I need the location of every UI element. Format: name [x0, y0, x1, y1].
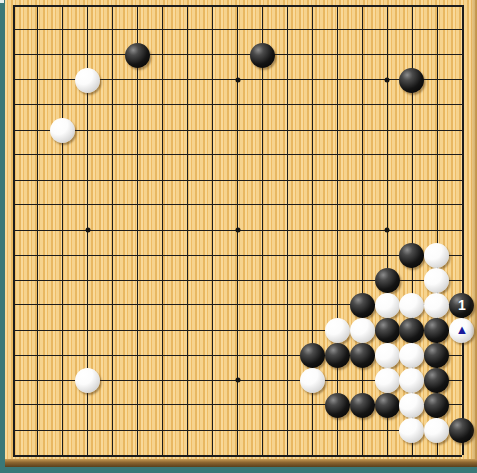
stone-black: [375, 393, 400, 418]
stone-white: [399, 393, 424, 418]
stone-black: [449, 418, 474, 443]
stone-white: [424, 293, 449, 318]
stone-white: [375, 343, 400, 368]
stone-black: [375, 318, 400, 343]
stone-black: [325, 343, 350, 368]
stone-black: [399, 318, 424, 343]
stone-black: [424, 343, 449, 368]
stone-black: [399, 243, 424, 268]
stone-black: [250, 43, 275, 68]
triangle-marker: ▲: [455, 323, 468, 336]
stone-white: [399, 343, 424, 368]
stone-black: [125, 43, 150, 68]
stone-black: [325, 393, 350, 418]
stone-white: [300, 368, 325, 393]
window-background: 1▲: [0, 0, 477, 473]
stone-white: ▲: [449, 318, 474, 343]
stone-black: [300, 343, 325, 368]
stone-white: [424, 243, 449, 268]
stones-layer: 1▲: [1, 0, 475, 468]
stone-white: [325, 318, 350, 343]
stone-black: 1: [449, 293, 474, 318]
stone-white: [75, 368, 100, 393]
stone-black: [350, 293, 375, 318]
stone-black: [424, 318, 449, 343]
stone-white: [350, 318, 375, 343]
stone-white: [75, 68, 100, 93]
stone-white: [424, 268, 449, 293]
board-bottom-edge: [5, 459, 477, 467]
stone-white: [50, 118, 75, 143]
stone-white: [375, 368, 400, 393]
stone-black: [424, 393, 449, 418]
stone-black: [350, 393, 375, 418]
go-board[interactable]: 1▲: [5, 0, 477, 459]
stone-white: [399, 368, 424, 393]
stone-black: [399, 68, 424, 93]
stone-white: [375, 293, 400, 318]
stone-white: [399, 418, 424, 443]
stone-black: [375, 268, 400, 293]
stone-black: [350, 343, 375, 368]
last-move-label: 1: [458, 298, 466, 312]
stone-white: [424, 418, 449, 443]
stone-black: [424, 368, 449, 393]
stone-white: [399, 293, 424, 318]
